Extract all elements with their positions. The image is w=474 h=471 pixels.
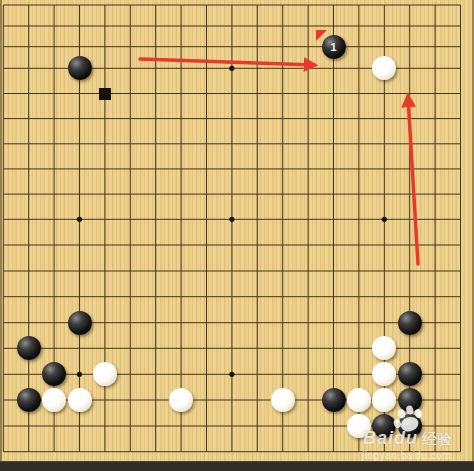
go-board-diagram: 1 Baidu 经验 jingyan.baidu.com <box>0 0 474 471</box>
watermark-brand-cn: 经验 <box>422 430 452 449</box>
square-mark <box>99 88 111 100</box>
watermark-brand: Baidu <box>363 428 418 449</box>
bottom-bar <box>0 461 474 471</box>
watermark-url: jingyan.baidu.com <box>362 450 451 461</box>
paw-toe <box>405 405 414 416</box>
baidu-watermark: Baidu 经验 jingyan.baidu.com <box>358 400 474 464</box>
last-move-marker <box>316 30 327 41</box>
